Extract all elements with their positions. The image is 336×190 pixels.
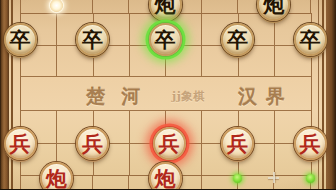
piece-red-cannon-e7[interactable]: 炮 bbox=[149, 162, 182, 190]
board-frame-right bbox=[326, 0, 336, 189]
river-text-chu-he: 楚 河 bbox=[86, 87, 146, 106]
piece-red-soldier-a6[interactable]: 兵 bbox=[4, 127, 37, 160]
piece-red-soldier-c6[interactable]: 兵 bbox=[76, 127, 109, 160]
piece-black-soldier-i3[interactable]: 卒 bbox=[294, 23, 327, 56]
piece-red-soldier-i6[interactable]: 兵 bbox=[294, 127, 327, 160]
xiangqi-board: 楚 河 jj象棋 汉 界 炮炮卒卒卒卒卒兵兵兵兵兵炮炮 bbox=[0, 0, 336, 189]
file-line bbox=[92, 0, 93, 13]
file-line bbox=[128, 0, 129, 13]
app-watermark: jj象棋 bbox=[172, 91, 205, 103]
file-line bbox=[20, 175, 21, 189]
file-line bbox=[92, 175, 93, 189]
piece-red-cannon-b7[interactable]: 炮 bbox=[40, 162, 73, 190]
marker-move-dot-g7[interactable] bbox=[233, 174, 242, 183]
board-cell bbox=[202, 77, 238, 111]
river-text-han-jie: 汉 界 bbox=[238, 87, 286, 106]
file-line bbox=[20, 0, 21, 13]
marker-last-move-origin-b2 bbox=[50, 0, 63, 12]
piece-black-soldier-a3[interactable]: 卒 bbox=[4, 23, 37, 56]
piece-black-soldier-e3[interactable]: 卒 bbox=[149, 23, 182, 56]
piece-black-soldier-c3[interactable]: 卒 bbox=[76, 23, 109, 56]
piece-red-soldier-g6[interactable]: 兵 bbox=[221, 127, 254, 160]
file-line bbox=[237, 0, 238, 13]
file-line bbox=[201, 175, 202, 189]
marker-point-cross-h7 bbox=[268, 172, 279, 183]
file-line bbox=[310, 0, 311, 13]
piece-black-soldier-g3[interactable]: 卒 bbox=[221, 23, 254, 56]
marker-move-dot-i7[interactable] bbox=[306, 174, 315, 183]
file-line bbox=[128, 175, 129, 189]
piece-red-soldier-e6[interactable]: 兵 bbox=[153, 127, 186, 160]
board-cell bbox=[21, 77, 57, 111]
file-line bbox=[201, 0, 202, 13]
